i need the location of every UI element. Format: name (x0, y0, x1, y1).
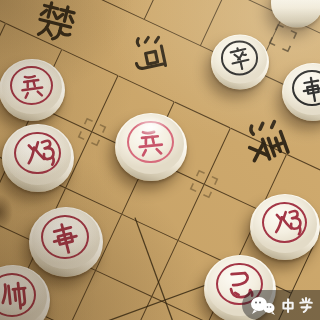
piece-top (284, 64, 320, 114)
xiangqi-photo-scene (0, 0, 320, 320)
piece-top (32, 208, 100, 269)
piece-top (2, 60, 63, 114)
piece-ring (41, 215, 89, 259)
wechat-icon (242, 290, 320, 320)
piece-ring (262, 202, 307, 243)
piece-character (14, 69, 49, 102)
piece-ring (221, 41, 258, 75)
watermark-character (283, 299, 292, 312)
piece-red-soldier[interactable] (115, 113, 187, 181)
piece-top (253, 195, 317, 252)
piece-red-soldier[interactable] (0, 59, 65, 121)
piece-top (213, 36, 266, 84)
piece-character (296, 72, 320, 103)
piece-ring (292, 70, 320, 106)
piece-red-chariot[interactable] (29, 207, 103, 277)
piece-red-cannon[interactable] (250, 194, 320, 260)
piece-ring (10, 66, 53, 105)
watermark-character (300, 298, 312, 312)
piece-character (44, 217, 87, 257)
piece-ring (0, 273, 36, 317)
piece-black-soldier[interactable] (211, 35, 269, 90)
piece-character (0, 277, 32, 313)
piece-character (266, 205, 304, 240)
piece-top (5, 125, 71, 184)
piece-character (17, 135, 57, 172)
piece-character (223, 43, 255, 73)
piece-ring (14, 132, 60, 175)
piece-red-cannon[interactable] (2, 124, 74, 192)
watermark (242, 290, 320, 320)
